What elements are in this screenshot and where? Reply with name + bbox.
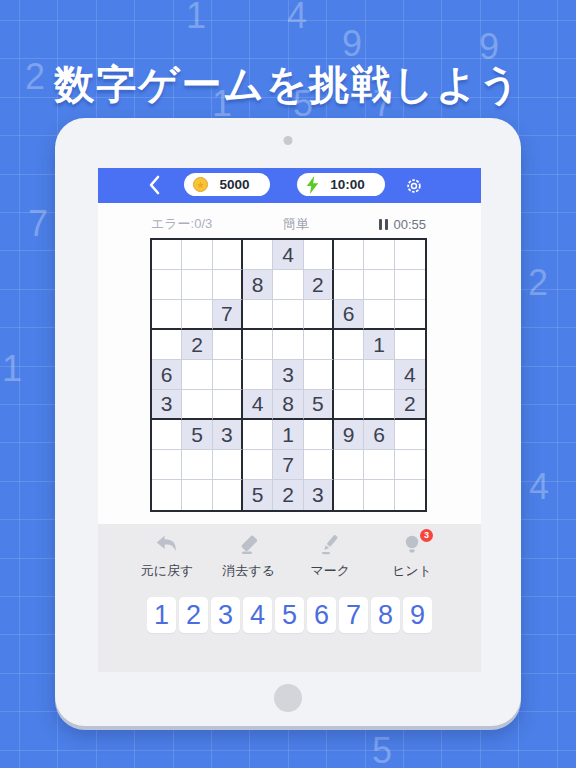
cell-r9c7[interactable]: [334, 480, 364, 510]
cell-r5c5[interactable]: 3: [273, 360, 303, 390]
erase-label: 消去する: [216, 562, 282, 580]
undo-button[interactable]: 元に戻す: [134, 533, 200, 580]
numpad-1[interactable]: 1: [147, 597, 176, 633]
cell-r4c5[interactable]: [273, 330, 303, 360]
mark-button[interactable]: マーク: [297, 533, 363, 580]
chevron-left-icon: [148, 175, 160, 195]
cell-r4c1[interactable]: [152, 330, 182, 360]
back-button[interactable]: [148, 175, 160, 195]
background-number: 4: [287, 0, 307, 37]
cell-r2c9[interactable]: [395, 270, 425, 300]
cell-r9c4[interactable]: 5: [243, 480, 273, 510]
toolbar: 元に戻す 消去する マーク 3: [134, 533, 445, 580]
cell-r7c3[interactable]: 3: [213, 420, 243, 450]
cell-r7c5[interactable]: 1: [273, 420, 303, 450]
cell-r5c7[interactable]: [334, 360, 364, 390]
numpad-4[interactable]: 4: [243, 597, 272, 633]
lightning-icon: [306, 176, 319, 194]
cell-r8c2[interactable]: [182, 450, 212, 480]
pencil-icon: [317, 533, 343, 559]
cell-r3c1[interactable]: [152, 300, 182, 330]
cell-r4c7[interactable]: [334, 330, 364, 360]
background-number: 5: [372, 730, 392, 768]
cell-r6c5[interactable]: 8: [273, 390, 303, 420]
ipad-frame: ★ 5000 10:00 エラー:0/3 簡単 00:55 4827621634…: [55, 118, 521, 726]
hint-count-badge: 3: [420, 529, 433, 542]
cell-r4c2[interactable]: 2: [182, 330, 212, 360]
cell-r1c8[interactable]: [364, 240, 394, 270]
app-screen: ★ 5000 10:00 エラー:0/3 簡単 00:55 4827621634…: [98, 168, 481, 672]
cell-r4c6[interactable]: [304, 330, 334, 360]
numpad-2[interactable]: 2: [179, 597, 208, 633]
cell-r6c6[interactable]: 5: [304, 390, 334, 420]
cell-r2c2[interactable]: [182, 270, 212, 300]
cell-r9c1[interactable]: [152, 480, 182, 510]
undo-label: 元に戻す: [134, 562, 200, 580]
cell-r2c3[interactable]: [213, 270, 243, 300]
cell-r6c9[interactable]: 2: [395, 390, 425, 420]
cell-r8c3[interactable]: [213, 450, 243, 480]
background-number: 2: [528, 262, 548, 304]
cell-r6c8[interactable]: [364, 390, 394, 420]
cell-r6c7[interactable]: [334, 390, 364, 420]
cell-r1c2[interactable]: [182, 240, 212, 270]
cell-r3c4[interactable]: [243, 300, 273, 330]
cell-r7c4[interactable]: [243, 420, 273, 450]
cell-r9c6[interactable]: 3: [304, 480, 334, 510]
cell-r9c8[interactable]: [364, 480, 394, 510]
cell-r9c5[interactable]: 2: [273, 480, 303, 510]
elapsed-timer: 00:55: [393, 217, 426, 232]
cell-r8c6[interactable]: [304, 450, 334, 480]
cell-r2c7[interactable]: [334, 270, 364, 300]
cell-r1c9[interactable]: [395, 240, 425, 270]
background-number: 7: [28, 203, 48, 245]
cell-r5c1[interactable]: 6: [152, 360, 182, 390]
status-row: エラー:0/3 簡単 00:55: [151, 215, 426, 233]
camera-dot: [284, 136, 293, 145]
cell-r3c9[interactable]: [395, 300, 425, 330]
cell-r8c1[interactable]: [152, 450, 182, 480]
settings-button[interactable]: [404, 176, 424, 200]
cell-r6c4[interactable]: 4: [243, 390, 273, 420]
numpad-7[interactable]: 7: [339, 597, 368, 633]
bottom-panel: 元に戻す 消去する マーク 3: [98, 524, 481, 672]
app-header: ★ 5000 10:00: [98, 168, 481, 203]
background-number: 4: [529, 466, 549, 508]
cell-r1c7[interactable]: [334, 240, 364, 270]
cell-r2c1[interactable]: [152, 270, 182, 300]
cell-r1c6[interactable]: [304, 240, 334, 270]
cell-r5c6[interactable]: [304, 360, 334, 390]
numpad: 1 2 3 4 5 6 7 8 9: [98, 597, 481, 633]
cell-r7c8[interactable]: 6: [364, 420, 394, 450]
errors-counter: エラー:0/3: [151, 215, 212, 233]
background-number: 1: [2, 348, 22, 390]
cell-r7c6[interactable]: [304, 420, 334, 450]
cell-r5c3[interactable]: [213, 360, 243, 390]
cell-r5c8[interactable]: [364, 360, 394, 390]
page-title: 数字ゲームを挑戦しよう: [0, 57, 576, 112]
cell-r3c5[interactable]: [273, 300, 303, 330]
cell-r6c3[interactable]: [213, 390, 243, 420]
time-limit-value: 10:00: [319, 177, 376, 192]
cell-r9c9[interactable]: [395, 480, 425, 510]
numpad-3[interactable]: 3: [211, 597, 240, 633]
cell-r1c4[interactable]: [243, 240, 273, 270]
cell-r7c7[interactable]: 9: [334, 420, 364, 450]
cell-r7c9[interactable]: [395, 420, 425, 450]
cell-r5c2[interactable]: [182, 360, 212, 390]
eraser-icon: [236, 533, 262, 559]
coins-pill[interactable]: ★ 5000: [184, 173, 270, 196]
cell-r6c2[interactable]: [182, 390, 212, 420]
cell-r1c5[interactable]: 4: [273, 240, 303, 270]
cell-r7c1[interactable]: [152, 420, 182, 450]
cell-r8c5[interactable]: 7: [273, 450, 303, 480]
cell-r2c8[interactable]: [364, 270, 394, 300]
lightbulb-icon: 3: [400, 533, 424, 559]
cell-r8c8[interactable]: [364, 450, 394, 480]
cell-r4c8[interactable]: 1: [364, 330, 394, 360]
cell-r3c3[interactable]: 7: [213, 300, 243, 330]
sudoku-grid: 482762163434852531967523: [150, 238, 427, 512]
numpad-8[interactable]: 8: [371, 597, 400, 633]
cell-r2c6[interactable]: 2: [304, 270, 334, 300]
hint-button[interactable]: 3 ヒント: [379, 533, 445, 580]
coins-value: 5000: [208, 177, 261, 192]
cell-r8c9[interactable]: [395, 450, 425, 480]
undo-icon: [154, 533, 180, 559]
background-number: 1: [186, 0, 206, 37]
cell-r9c2[interactable]: [182, 480, 212, 510]
mark-label: マーク: [297, 562, 363, 580]
erase-button[interactable]: 消去する: [216, 533, 282, 580]
numpad-5[interactable]: 5: [275, 597, 304, 633]
cell-r3c6[interactable]: [304, 300, 334, 330]
cell-r7c2[interactable]: 5: [182, 420, 212, 450]
cell-r5c4[interactable]: [243, 360, 273, 390]
cell-r4c9[interactable]: [395, 330, 425, 360]
cell-r8c7[interactable]: [334, 450, 364, 480]
cell-r3c2[interactable]: [182, 300, 212, 330]
numpad-9[interactable]: 9: [403, 597, 432, 633]
star-coin-icon: ★: [193, 177, 208, 192]
pause-button[interactable]: [379, 219, 388, 230]
cell-r9c3[interactable]: [213, 480, 243, 510]
cell-r2c4[interactable]: 8: [243, 270, 273, 300]
hint-label: ヒント: [379, 562, 445, 580]
cell-r4c4[interactable]: [243, 330, 273, 360]
cell-r6c1[interactable]: 3: [152, 390, 182, 420]
cell-r3c7[interactable]: 6: [334, 300, 364, 330]
cell-r5c9[interactable]: 4: [395, 360, 425, 390]
difficulty-label: 簡単: [283, 215, 309, 233]
cell-r8c4[interactable]: [243, 450, 273, 480]
numpad-6[interactable]: 6: [307, 597, 336, 633]
cell-r4c3[interactable]: [213, 330, 243, 360]
cell-r3c8[interactable]: [364, 300, 394, 330]
cell-r2c5[interactable]: [273, 270, 303, 300]
cell-r1c1[interactable]: [152, 240, 182, 270]
time-limit-pill[interactable]: 10:00: [297, 173, 385, 196]
gear-icon: [404, 176, 424, 196]
home-button[interactable]: [274, 684, 302, 712]
cell-r1c3[interactable]: [213, 240, 243, 270]
